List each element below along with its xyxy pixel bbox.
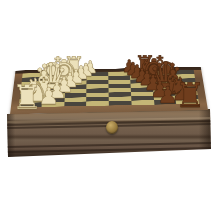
black-rook: ♜ bbox=[175, 78, 205, 112]
pieces-layer: ♜♞♝♛♚♝♞♜♟♟♟♟♟♟♟♟♟♟♟♟♟♟♟♟♜♞♝♛♚♝♞♜ bbox=[0, 0, 218, 220]
white-rook: ♜ bbox=[12, 80, 42, 114]
black-pawn: ♟ bbox=[158, 83, 179, 106]
chess-set-photo: ♜♞♝♛♚♝♞♜♟♟♟♟♟♟♟♟♟♟♟♟♟♟♟♟♜♞♝♛♚♝♞♜ bbox=[0, 0, 218, 220]
